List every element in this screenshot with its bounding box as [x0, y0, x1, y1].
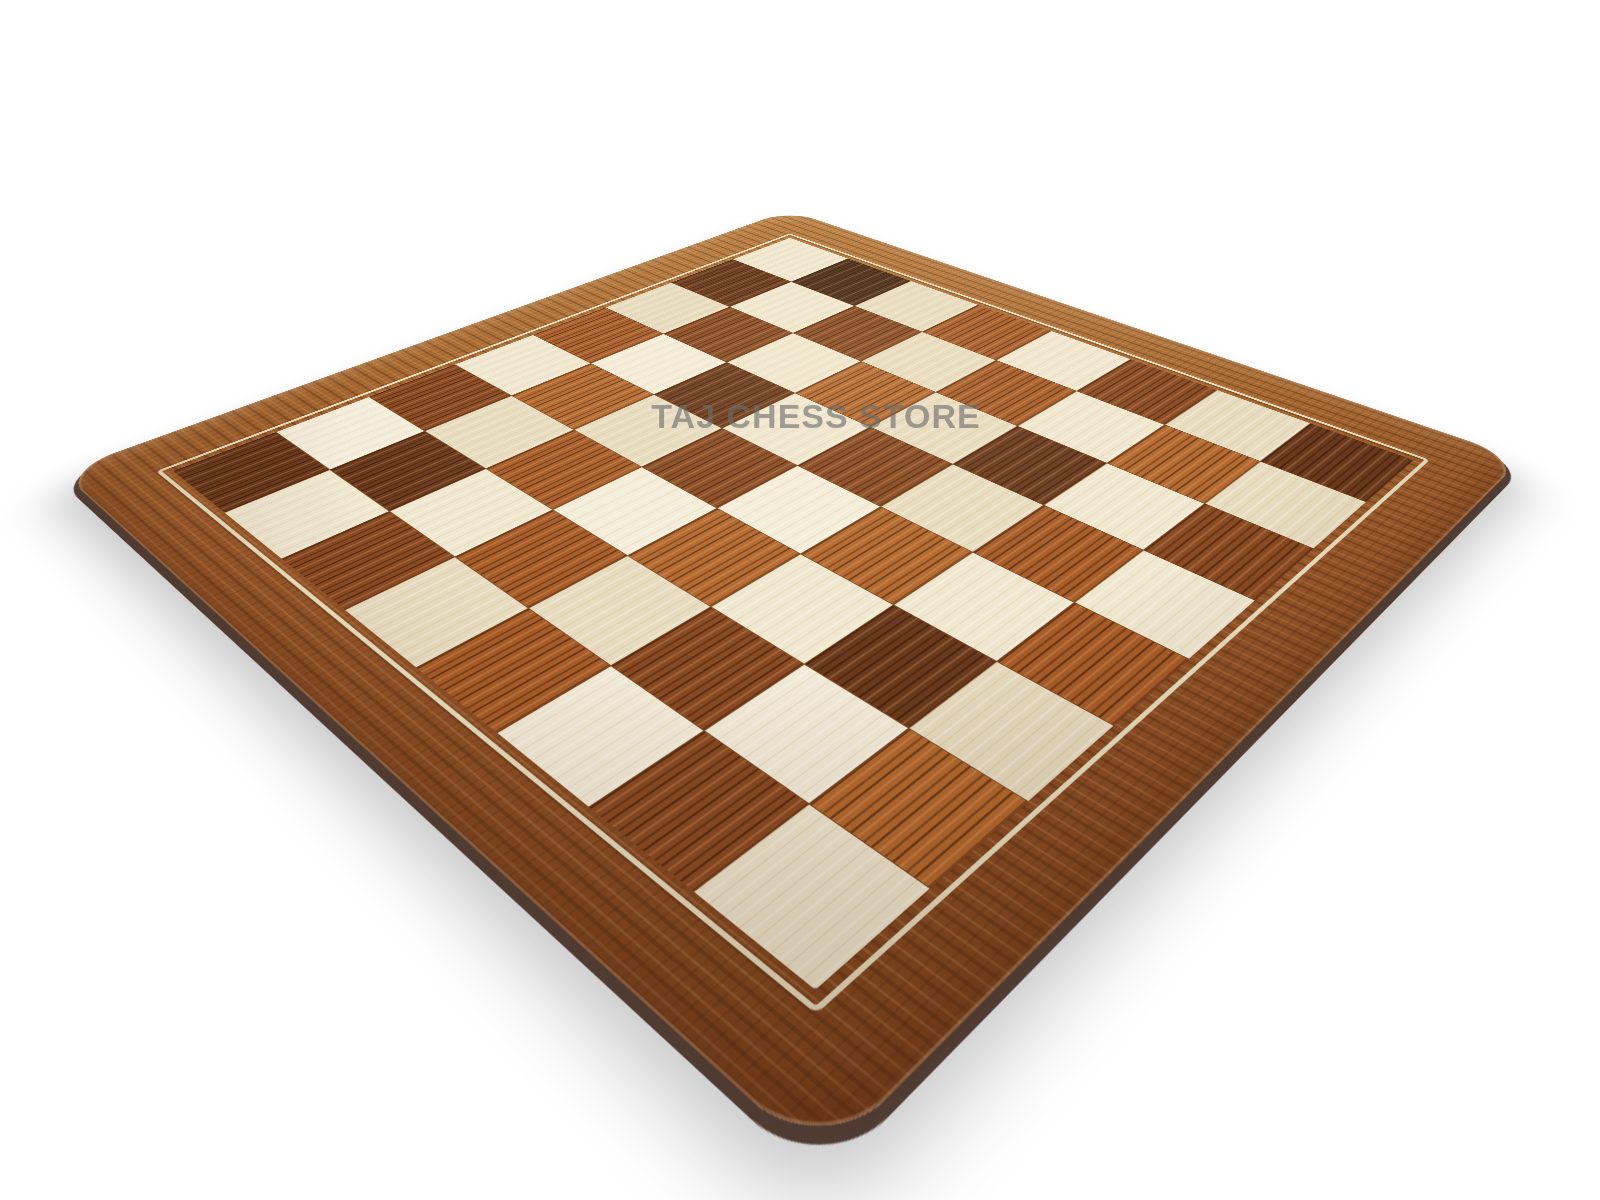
watermark: TAJ CHESS STORE: [651, 397, 980, 435]
chess-board: [61, 210, 1522, 1164]
board-photo: TAJ CHESS STORE: [0, 0, 1600, 1200]
playing-field: [173, 238, 1413, 990]
